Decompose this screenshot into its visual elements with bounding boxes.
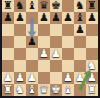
white-rook[interactable]: ♜ <box>87 84 97 96</box>
chess-app-screenshot: { "game": "chess", "position": { "fen": … <box>0 0 100 98</box>
square-g2[interactable]: ♟ <box>74 72 86 84</box>
square-b1[interactable]: ♞ <box>14 84 26 96</box>
white-pawn[interactable]: ♟ <box>51 48 61 60</box>
white-rook[interactable]: ♜ <box>3 84 13 96</box>
square-h1[interactable]: ♜ <box>86 84 98 96</box>
square-f1[interactable]: ♝ <box>62 84 74 96</box>
square-f6[interactable] <box>62 24 74 36</box>
square-b6[interactable] <box>14 24 26 36</box>
white-bishop[interactable]: ♝ <box>63 84 73 96</box>
black-bishop[interactable]: ♝ <box>27 0 37 12</box>
square-d7[interactable]: ♟ <box>38 12 50 24</box>
square-f5[interactable] <box>62 36 74 48</box>
square-d4[interactable]: ♟ <box>38 48 50 60</box>
white-knight[interactable]: ♞ <box>15 84 25 96</box>
square-c1[interactable]: ♝ <box>26 84 38 96</box>
black-pawn[interactable]: ♟ <box>87 12 97 24</box>
square-e6[interactable] <box>50 24 62 36</box>
square-h7[interactable]: ♟ <box>86 12 98 24</box>
square-g1[interactable] <box>74 84 86 96</box>
square-e3[interactable] <box>50 60 62 72</box>
black-pawn[interactable]: ♟ <box>3 12 13 24</box>
square-a7[interactable]: ♟ <box>2 12 14 24</box>
black-pawn[interactable]: ♟ <box>27 36 37 48</box>
square-g4[interactable] <box>74 48 86 60</box>
white-queen[interactable]: ♛ <box>39 84 49 96</box>
square-a5[interactable] <box>2 36 14 48</box>
square-g5[interactable] <box>74 36 86 48</box>
white-pawn[interactable]: ♟ <box>75 72 85 84</box>
square-e4[interactable]: ♟ <box>50 48 62 60</box>
square-d1[interactable]: ♛ <box>38 84 50 96</box>
square-f7[interactable]: ♟ <box>62 12 74 24</box>
square-e7[interactable]: ♟ <box>50 12 62 24</box>
square-h6[interactable] <box>86 24 98 36</box>
black-pawn[interactable]: ♟ <box>15 12 25 24</box>
square-c4[interactable] <box>26 48 38 60</box>
square-d3[interactable] <box>38 60 50 72</box>
chess-board: ♜♞♝♛♚♞♜♟♟♟♟♟♝♟♟♟♟♟♞♟♟♟♟♟♟♜♞♝♛♚♝♜ <box>2 0 98 96</box>
square-b7[interactable]: ♟ <box>14 12 26 24</box>
black-pawn[interactable]: ♟ <box>75 24 85 36</box>
square-b4[interactable] <box>14 48 26 60</box>
black-pawn[interactable]: ♟ <box>39 12 49 24</box>
square-a4[interactable] <box>2 48 14 60</box>
square-g6[interactable]: ♟ <box>74 24 86 36</box>
white-king[interactable]: ♚ <box>51 84 61 96</box>
square-a1[interactable]: ♜ <box>2 84 14 96</box>
white-bishop[interactable]: ♝ <box>27 84 37 96</box>
square-c8[interactable]: ♝ <box>26 0 38 12</box>
square-e1[interactable]: ♚ <box>50 84 62 96</box>
square-a6[interactable] <box>2 24 14 36</box>
black-pawn[interactable]: ♟ <box>63 12 73 24</box>
square-f4[interactable] <box>62 48 74 60</box>
square-h5[interactable] <box>86 36 98 48</box>
square-d6[interactable] <box>38 24 50 36</box>
black-pawn[interactable]: ♟ <box>51 12 61 24</box>
square-c5[interactable]: ♟ <box>26 36 38 48</box>
white-pawn[interactable]: ♟ <box>39 48 49 60</box>
square-b5[interactable] <box>14 36 26 48</box>
square-c7[interactable] <box>26 12 38 24</box>
